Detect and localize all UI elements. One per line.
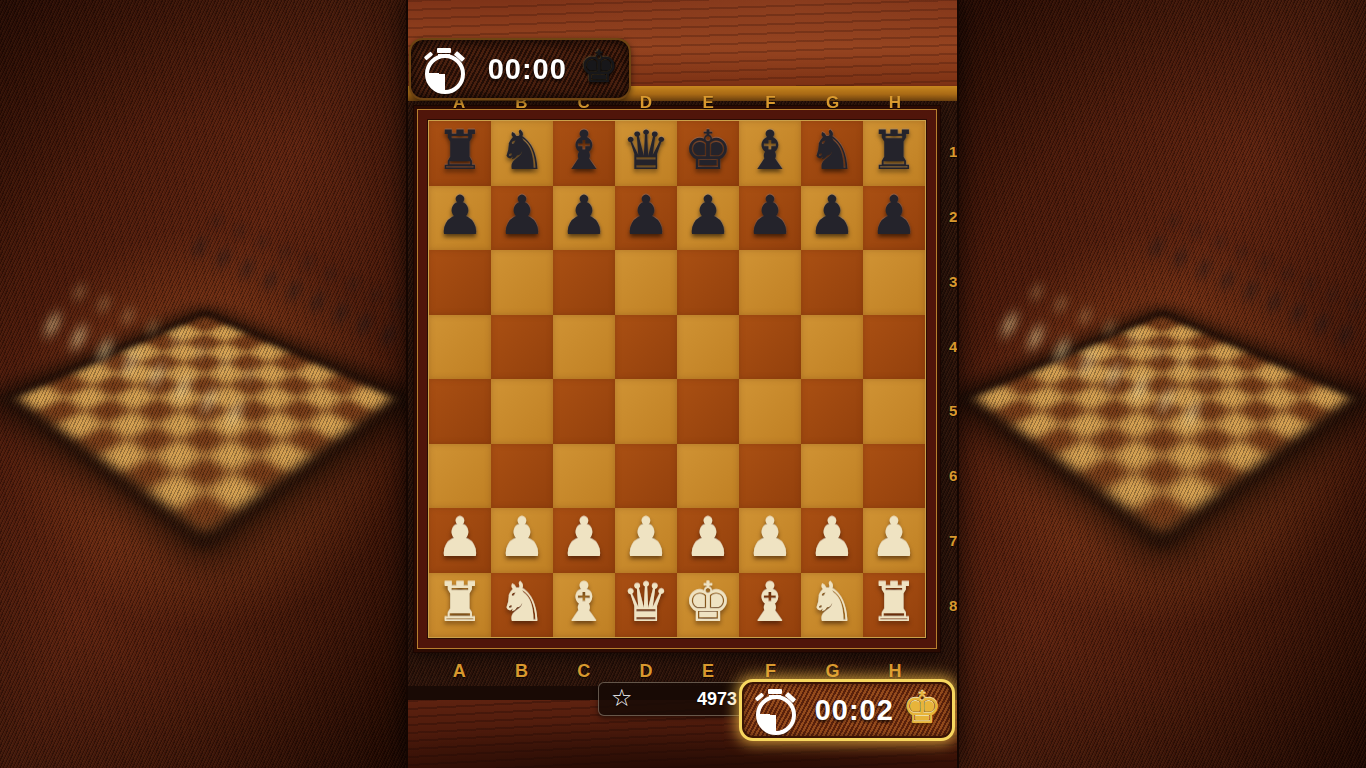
chess-board-frame: ♜♞♝♛♚♝♞♜♟♟♟♟♟♟♟♟♟♟♟♟♟♟♟♟♜♞♝♛♚♝♞♜: [414, 106, 940, 652]
square-e3[interactable]: [677, 444, 739, 509]
piece-white-pawn[interactable]: ♟: [622, 511, 670, 565]
square-e1[interactable]: ♚: [677, 573, 739, 638]
square-g4[interactable]: [801, 379, 863, 444]
square-f2[interactable]: ♟: [739, 508, 801, 573]
square-h2[interactable]: ♟: [863, 508, 925, 573]
piece-white-pawn[interactable]: ♟: [870, 511, 918, 565]
background-white-pieces-row: [20, 275, 272, 461]
piece-white-bishop[interactable]: ♝: [560, 576, 608, 630]
square-g1[interactable]: ♞: [801, 573, 863, 638]
square-b7[interactable]: ♟: [491, 186, 553, 251]
square-g2[interactable]: ♟: [801, 508, 863, 573]
square-a1[interactable]: ♜: [429, 573, 491, 638]
piece-white-pawn[interactable]: ♟: [684, 511, 732, 565]
square-b1[interactable]: ♞: [491, 573, 553, 638]
square-c6[interactable]: [553, 250, 615, 315]
piece-black-pawn[interactable]: ♟: [808, 189, 856, 243]
background-wood-right: [957, 0, 1366, 768]
chess-board[interactable]: ♜♞♝♛♚♝♞♜♟♟♟♟♟♟♟♟♟♟♟♟♟♟♟♟♜♞♝♛♚♝♞♜: [428, 120, 926, 638]
piece-white-knight[interactable]: ♞: [808, 576, 856, 630]
square-d8[interactable]: ♛: [615, 121, 677, 186]
piece-black-pawn[interactable]: ♟: [622, 189, 670, 243]
background-board-right: [957, 309, 1366, 553]
piece-black-queen[interactable]: ♛: [622, 124, 670, 178]
piece-white-pawn[interactable]: ♟: [498, 511, 546, 565]
file-label-e: E: [677, 93, 739, 113]
file-label-b: B: [490, 661, 552, 682]
square-h8[interactable]: ♜: [863, 121, 925, 186]
square-h6[interactable]: [863, 250, 925, 315]
square-h1[interactable]: ♜: [863, 573, 925, 638]
piece-black-pawn[interactable]: ♟: [498, 189, 546, 243]
player-clock-badge: 00:02 ♚: [739, 679, 955, 741]
rank-label-6: 6: [949, 467, 957, 484]
square-a2[interactable]: ♟: [429, 508, 491, 573]
score-value: 4973: [633, 689, 737, 710]
square-a7[interactable]: ♟: [429, 186, 491, 251]
square-g8[interactable]: ♞: [801, 121, 863, 186]
piece-white-pawn[interactable]: ♟: [808, 511, 856, 565]
square-b8[interactable]: ♞: [491, 121, 553, 186]
rank-label-4: 4: [949, 338, 957, 355]
square-f1[interactable]: ♝: [739, 573, 801, 638]
score-display: ☆ 4973: [598, 682, 752, 716]
piece-black-king[interactable]: ♚: [684, 124, 732, 178]
square-b3[interactable]: [491, 444, 553, 509]
square-a6[interactable]: [429, 250, 491, 315]
black-king-icon: ♚: [580, 45, 619, 89]
square-b5[interactable]: [491, 315, 553, 380]
square-h3[interactable]: [863, 444, 925, 509]
square-g7[interactable]: ♟: [801, 186, 863, 251]
square-g3[interactable]: [801, 444, 863, 509]
square-f7[interactable]: ♟: [739, 186, 801, 251]
square-a3[interactable]: [429, 444, 491, 509]
square-c8[interactable]: ♝: [553, 121, 615, 186]
piece-black-bishop[interactable]: ♝: [560, 124, 608, 178]
square-e8[interactable]: ♚: [677, 121, 739, 186]
square-h5[interactable]: [863, 315, 925, 380]
player-clock-time: 00:02: [806, 694, 903, 727]
square-c4[interactable]: [553, 379, 615, 444]
file-label-f: F: [739, 93, 801, 113]
file-label-e: E: [677, 661, 739, 682]
star-icon: ☆: [611, 686, 633, 710]
piece-black-rook[interactable]: ♜: [870, 124, 918, 178]
square-b6[interactable]: [491, 250, 553, 315]
square-d6[interactable]: [615, 250, 677, 315]
square-c7[interactable]: ♟: [553, 186, 615, 251]
white-king-icon: ♚: [903, 686, 942, 730]
background-black-pieces-row: [1129, 207, 1366, 376]
piece-black-pawn[interactable]: ♟: [746, 189, 794, 243]
rank-label-7: 7: [949, 532, 957, 549]
square-e7[interactable]: ♟: [677, 186, 739, 251]
piece-white-knight[interactable]: ♞: [498, 576, 546, 630]
piece-white-pawn[interactable]: ♟: [746, 511, 794, 565]
rank-label-3: 3: [949, 273, 957, 290]
square-d7[interactable]: ♟: [615, 186, 677, 251]
opponent-clock-badge: 00:00 ♚: [409, 38, 631, 100]
background-black-pieces-row: [172, 207, 408, 376]
piece-white-rook[interactable]: ♜: [436, 576, 484, 630]
stopwatch-icon: [423, 47, 467, 95]
background-white-pieces-row: [977, 275, 1229, 461]
piece-black-rook[interactable]: ♜: [436, 124, 484, 178]
square-b2[interactable]: ♟: [491, 508, 553, 573]
square-c5[interactable]: [553, 315, 615, 380]
file-label-g: G: [802, 93, 864, 113]
background-black-pieces-row: [195, 189, 408, 334]
square-e2[interactable]: ♟: [677, 508, 739, 573]
rank-label-5: 5: [949, 402, 957, 419]
square-f6[interactable]: [739, 250, 801, 315]
piece-white-pawn[interactable]: ♟: [560, 511, 608, 565]
rank-label-2: 2: [949, 208, 957, 225]
file-label-d: D: [615, 661, 677, 682]
square-c3[interactable]: [553, 444, 615, 509]
background-board-left: [0, 309, 408, 553]
piece-black-pawn[interactable]: ♟: [560, 189, 608, 243]
piece-white-pawn[interactable]: ♟: [436, 511, 484, 565]
square-f4[interactable]: [739, 379, 801, 444]
stopwatch-icon: [754, 688, 798, 736]
piece-black-pawn[interactable]: ♟: [870, 189, 918, 243]
file-label-c: C: [553, 661, 615, 682]
piece-black-pawn[interactable]: ♟: [436, 189, 484, 243]
file-label-h: H: [864, 93, 926, 113]
square-f5[interactable]: [739, 315, 801, 380]
square-a8[interactable]: ♜: [429, 121, 491, 186]
square-e4[interactable]: [677, 379, 739, 444]
piece-white-king[interactable]: ♚: [684, 576, 732, 630]
square-c2[interactable]: ♟: [553, 508, 615, 573]
opponent-clock-time: 00:00: [475, 53, 580, 86]
piece-black-pawn[interactable]: ♟: [684, 189, 732, 243]
square-f3[interactable]: [739, 444, 801, 509]
square-g6[interactable]: [801, 250, 863, 315]
square-e6[interactable]: [677, 250, 739, 315]
square-e5[interactable]: [677, 315, 739, 380]
square-d4[interactable]: [615, 379, 677, 444]
file-label-a: A: [428, 661, 490, 682]
square-d2[interactable]: ♟: [615, 508, 677, 573]
square-d3[interactable]: [615, 444, 677, 509]
square-d5[interactable]: [615, 315, 677, 380]
square-d1[interactable]: ♛: [615, 573, 677, 638]
game-area: ABCDEFGH ♜♞♝♛♚♝♞♜♟♟♟♟♟♟♟♟♟♟♟♟♟♟♟♟♜♞♝♛♚♝♞…: [408, 0, 957, 768]
background-white-pieces-row: [54, 254, 287, 416]
rank-label-1: 1: [949, 143, 957, 160]
piece-white-rook[interactable]: ♜: [870, 576, 918, 630]
piece-black-knight[interactable]: ♞: [808, 124, 856, 178]
square-h4[interactable]: [863, 379, 925, 444]
background-wood-left: [0, 0, 408, 768]
background-black-pieces-row: [1152, 189, 1366, 334]
square-g5[interactable]: [801, 315, 863, 380]
piece-white-queen[interactable]: ♛: [622, 576, 670, 630]
square-f8[interactable]: ♝: [739, 121, 801, 186]
square-h7[interactable]: ♟: [863, 186, 925, 251]
square-c1[interactable]: ♝: [553, 573, 615, 638]
background-white-pieces-row: [1011, 254, 1244, 416]
square-a5[interactable]: [429, 315, 491, 380]
piece-black-bishop[interactable]: ♝: [746, 124, 794, 178]
square-b4[interactable]: [491, 379, 553, 444]
square-a4[interactable]: [429, 379, 491, 444]
piece-white-bishop[interactable]: ♝: [746, 576, 794, 630]
rank-label-8: 8: [949, 597, 957, 614]
piece-black-knight[interactable]: ♞: [498, 124, 546, 178]
